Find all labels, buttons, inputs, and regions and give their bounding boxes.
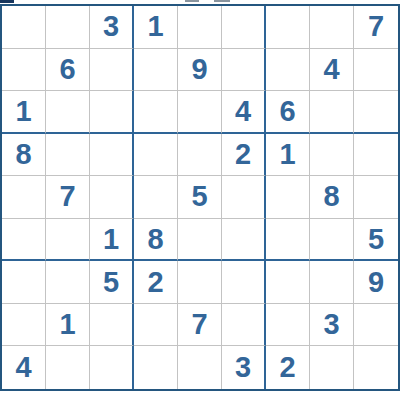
- cell-r4c3[interactable]: [90, 134, 134, 177]
- cell-r2c7[interactable]: [266, 49, 310, 92]
- cell-r3c5[interactable]: [178, 91, 222, 134]
- cell-r4c7[interactable]: 1: [266, 134, 310, 177]
- cell-r7c5[interactable]: [178, 261, 222, 304]
- cell-r2c5[interactable]: 9: [178, 49, 222, 92]
- cell-r1c2[interactable]: [46, 6, 90, 49]
- cell-r4c9[interactable]: [354, 134, 398, 177]
- cell-r8c6[interactable]: [222, 304, 266, 347]
- cell-r4c8[interactable]: [310, 134, 354, 177]
- cell-r7c7[interactable]: [266, 261, 310, 304]
- cell-r9c8[interactable]: [310, 346, 354, 389]
- cell-r5c9[interactable]: [354, 176, 398, 219]
- cell-r3c1[interactable]: 1: [2, 91, 46, 134]
- cell-r4c2[interactable]: [46, 134, 90, 177]
- cell-r9c1[interactable]: 4: [2, 346, 46, 389]
- cell-r3c8[interactable]: [310, 91, 354, 134]
- cell-r5c5[interactable]: 5: [178, 176, 222, 219]
- cell-r3c9[interactable]: [354, 91, 398, 134]
- cell-r2c9[interactable]: [354, 49, 398, 92]
- cell-r8c3[interactable]: [90, 304, 134, 347]
- cell-r7c2[interactable]: [46, 261, 90, 304]
- cell-r7c3[interactable]: 5: [90, 261, 134, 304]
- cell-r7c1[interactable]: [2, 261, 46, 304]
- cell-r6c9[interactable]: 5: [354, 219, 398, 262]
- cell-r8c9[interactable]: [354, 304, 398, 347]
- cell-r3c7[interactable]: 6: [266, 91, 310, 134]
- cell-r5c6[interactable]: [222, 176, 266, 219]
- cell-r7c8[interactable]: [310, 261, 354, 304]
- cropped-ui-artifact: [214, 0, 230, 2]
- cell-r7c6[interactable]: [222, 261, 266, 304]
- cell-r8c1[interactable]: [2, 304, 46, 347]
- cell-r3c6[interactable]: 4: [222, 91, 266, 134]
- cell-r6c1[interactable]: [2, 219, 46, 262]
- cell-r1c6[interactable]: [222, 6, 266, 49]
- cell-r4c5[interactable]: [178, 134, 222, 177]
- cell-r9c7[interactable]: 2: [266, 346, 310, 389]
- cell-r9c6[interactable]: 3: [222, 346, 266, 389]
- cell-r6c5[interactable]: [178, 219, 222, 262]
- cell-r9c5[interactable]: [178, 346, 222, 389]
- sudoku-board: 317694146821758185529173432: [0, 4, 400, 391]
- cell-r6c4[interactable]: 8: [134, 219, 178, 262]
- cell-r3c3[interactable]: [90, 91, 134, 134]
- cell-r8c2[interactable]: 1: [46, 304, 90, 347]
- cell-r9c3[interactable]: [90, 346, 134, 389]
- cell-r8c8[interactable]: 3: [310, 304, 354, 347]
- cell-r1c4[interactable]: 1: [134, 6, 178, 49]
- cell-r9c2[interactable]: [46, 346, 90, 389]
- cell-r6c3[interactable]: 1: [90, 219, 134, 262]
- cell-r5c4[interactable]: [134, 176, 178, 219]
- cell-r4c6[interactable]: 2: [222, 134, 266, 177]
- cell-r3c2[interactable]: [46, 91, 90, 134]
- cell-r8c7[interactable]: [266, 304, 310, 347]
- cell-r3c4[interactable]: [134, 91, 178, 134]
- cell-r2c6[interactable]: [222, 49, 266, 92]
- cell-r2c1[interactable]: [2, 49, 46, 92]
- cell-r5c8[interactable]: 8: [310, 176, 354, 219]
- cell-r1c1[interactable]: [2, 6, 46, 49]
- cell-r2c4[interactable]: [134, 49, 178, 92]
- cell-r5c1[interactable]: [2, 176, 46, 219]
- sudoku-screen: 317694146821758185529173432: [0, 0, 400, 397]
- cell-r5c3[interactable]: [90, 176, 134, 219]
- cell-r1c8[interactable]: [310, 6, 354, 49]
- cell-r6c7[interactable]: [266, 219, 310, 262]
- cropped-toolbar-accent: [0, 0, 14, 3]
- cell-r1c9[interactable]: 7: [354, 6, 398, 49]
- cell-r9c4[interactable]: [134, 346, 178, 389]
- cell-r8c5[interactable]: 7: [178, 304, 222, 347]
- cell-r7c9[interactable]: 9: [354, 261, 398, 304]
- cell-r5c2[interactable]: 7: [46, 176, 90, 219]
- cell-r1c5[interactable]: [178, 6, 222, 49]
- cell-r2c8[interactable]: 4: [310, 49, 354, 92]
- cell-r6c8[interactable]: [310, 219, 354, 262]
- cell-r4c1[interactable]: 8: [2, 134, 46, 177]
- cell-r2c2[interactable]: 6: [46, 49, 90, 92]
- cell-r1c7[interactable]: [266, 6, 310, 49]
- cell-r6c6[interactable]: [222, 219, 266, 262]
- cropped-ui-artifact: [185, 0, 199, 2]
- cell-r9c9[interactable]: [354, 346, 398, 389]
- cell-r6c2[interactable]: [46, 219, 90, 262]
- cell-r2c3[interactable]: [90, 49, 134, 92]
- cell-r5c7[interactable]: [266, 176, 310, 219]
- cell-r7c4[interactable]: 2: [134, 261, 178, 304]
- cell-r1c3[interactable]: 3: [90, 6, 134, 49]
- cell-r4c4[interactable]: [134, 134, 178, 177]
- cell-r8c4[interactable]: [134, 304, 178, 347]
